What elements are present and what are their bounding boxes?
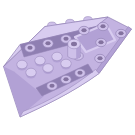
flat-stud	[17, 60, 27, 70]
hollow-stud	[98, 22, 109, 30]
hollow-stud	[47, 82, 58, 90]
flat-stud	[61, 59, 71, 69]
hollow-stud	[95, 54, 106, 62]
flat-stud	[26, 68, 36, 78]
lego-brick-illustration	[0, 0, 135, 135]
hollow-stud	[96, 38, 107, 46]
hollow-stud	[79, 26, 90, 34]
center-tube	[68, 39, 81, 59]
flat-stud	[43, 64, 53, 74]
hollow-stud	[25, 44, 36, 52]
hollow-stud	[75, 69, 86, 77]
hollow-stud	[43, 39, 54, 47]
product-image	[0, 0, 135, 135]
hollow-stud	[61, 75, 72, 83]
flat-stud	[52, 52, 62, 62]
flat-stud	[35, 56, 45, 66]
hollow-stud	[116, 29, 127, 37]
